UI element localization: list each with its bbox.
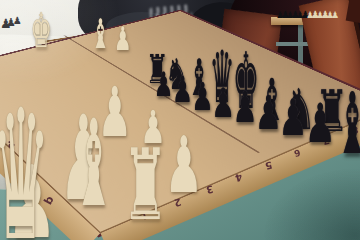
piece-black-bishop-unplaced[interactable]: ♝: [336, 82, 360, 167]
piece-white-king-e1[interactable]: ♚: [31, 6, 52, 54]
piece-black-pawn-c7[interactable]: ♟: [191, 77, 213, 115]
piece-white-queen-d1[interactable]: ♛: [0, 86, 50, 240]
piece-white-pawn-g2[interactable]: ♟: [114, 22, 131, 55]
piece-black-pawn-g7[interactable]: ♟: [278, 94, 307, 144]
piece-black-pawn-b7[interactable]: ♟: [172, 73, 193, 109]
piece-white-rook-a1[interactable]: ♜: [123, 137, 169, 236]
photo-scene: dcb12345678 ♛♟♟♟♝♜♟♟♚♝♟♜♞♝♛♚♝♞♜♝♟♟♟♟♟♟♟♟…: [0, 0, 360, 240]
background-piece-top-left: ♟: [13, 16, 22, 26]
second-set-piece: ♟: [331, 11, 339, 20]
piece-white-pawn-d2[interactable]: ♟: [165, 125, 204, 203]
piece-white-bishop-c1[interactable]: ♝: [72, 105, 115, 225]
piece-black-pawn-a7[interactable]: ♟: [154, 69, 174, 103]
piece-white-bishop-f1[interactable]: ♝: [91, 15, 110, 56]
piece-black-pawn-h7[interactable]: ♟: [304, 96, 335, 150]
